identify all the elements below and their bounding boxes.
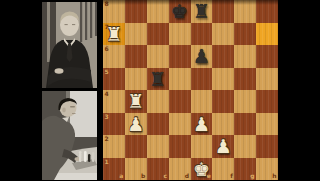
square-g8[interactable]	[234, 0, 256, 23]
square-f7[interactable]	[212, 23, 234, 46]
square-b6[interactable]	[125, 45, 147, 68]
square-a5[interactable]: 5	[103, 68, 125, 91]
file-label-f: f	[230, 173, 233, 179]
square-f3[interactable]	[212, 113, 234, 136]
square-h2[interactable]	[256, 135, 278, 158]
square-b1[interactable]: b	[125, 158, 147, 181]
rank-label-6: 6	[105, 46, 109, 52]
square-h5[interactable]	[256, 68, 278, 91]
chess-board: 8♚♜7♜6♟5♜4♜3♟♟2♟1abcde♚fgh	[103, 0, 278, 180]
rank-label-7: 7	[105, 24, 109, 30]
video-frame: 8♚♜7♜6♟5♜4♜3♟♟2♟1abcde♚fgh	[0, 0, 320, 180]
square-c1[interactable]: c	[147, 158, 169, 181]
file-label-d: d	[185, 173, 189, 179]
file-label-g: g	[250, 173, 254, 179]
piece-black-king-d8[interactable]: ♚	[171, 0, 188, 22]
file-label-h: h	[272, 173, 276, 179]
square-g1[interactable]: g	[234, 158, 256, 181]
rank-label-3: 3	[105, 114, 109, 120]
piece-white-pawn-e3[interactable]: ♟	[193, 113, 210, 135]
square-h3[interactable]	[256, 113, 278, 136]
piece-black-rook-c5[interactable]: ♜	[149, 68, 166, 90]
square-a1[interactable]: 1a	[103, 158, 125, 181]
square-a8[interactable]: 8	[103, 0, 125, 23]
square-a7[interactable]: 7♜	[103, 23, 125, 46]
square-h8[interactable]	[256, 0, 278, 23]
square-b8[interactable]	[125, 0, 147, 23]
square-h1[interactable]: h	[256, 158, 278, 181]
square-d2[interactable]	[169, 135, 191, 158]
square-b5[interactable]	[125, 68, 147, 91]
piece-black-rook-e8[interactable]: ♜	[193, 0, 210, 22]
square-d1[interactable]: d	[169, 158, 191, 181]
rank-label-4: 4	[105, 91, 109, 97]
square-c3[interactable]	[147, 113, 169, 136]
portrait-photo-bottom	[42, 91, 97, 180]
rank-label-2: 2	[105, 136, 109, 142]
square-d6[interactable]	[169, 45, 191, 68]
square-b4[interactable]: ♜	[125, 90, 147, 113]
piece-white-pawn-b3[interactable]: ♟	[127, 113, 144, 135]
square-a2[interactable]: 2	[103, 135, 125, 158]
square-e3[interactable]: ♟	[191, 113, 213, 136]
square-e2[interactable]	[191, 135, 213, 158]
square-b3[interactable]: ♟	[125, 113, 147, 136]
portrait-bottom-illustration	[42, 91, 97, 180]
square-e8[interactable]: ♜	[191, 0, 213, 23]
portrait-top-illustration	[42, 2, 97, 88]
square-g3[interactable]	[234, 113, 256, 136]
square-g5[interactable]	[234, 68, 256, 91]
square-c2[interactable]	[147, 135, 169, 158]
rank-label-8: 8	[105, 1, 109, 7]
file-label-a: a	[119, 173, 123, 179]
piece-white-rook-b4[interactable]: ♜	[127, 90, 144, 112]
file-label-c: c	[164, 173, 168, 179]
square-g6[interactable]	[234, 45, 256, 68]
square-f6[interactable]	[212, 45, 234, 68]
square-g4[interactable]	[234, 90, 256, 113]
square-b2[interactable]	[125, 135, 147, 158]
rank-label-1: 1	[105, 159, 109, 165]
square-d3[interactable]	[169, 113, 191, 136]
square-a4[interactable]: 4	[103, 90, 125, 113]
square-d5[interactable]	[169, 68, 191, 91]
square-c6[interactable]	[147, 45, 169, 68]
square-c7[interactable]	[147, 23, 169, 46]
square-h7[interactable]	[256, 23, 278, 46]
square-e6[interactable]: ♟	[191, 45, 213, 68]
square-b7[interactable]	[125, 23, 147, 46]
file-label-b: b	[141, 173, 145, 179]
portrait-photo-top	[42, 2, 97, 88]
square-d8[interactable]: ♚	[169, 0, 191, 23]
square-e7[interactable]	[191, 23, 213, 46]
square-c8[interactable]	[147, 0, 169, 23]
piece-black-pawn-e6[interactable]: ♟	[193, 45, 210, 67]
rank-label-5: 5	[105, 69, 109, 75]
square-g7[interactable]	[234, 23, 256, 46]
square-f4[interactable]	[212, 90, 234, 113]
square-f1[interactable]: f	[212, 158, 234, 181]
square-c5[interactable]: ♜	[147, 68, 169, 91]
square-h6[interactable]	[256, 45, 278, 68]
piece-white-pawn-f2[interactable]: ♟	[215, 135, 232, 157]
square-d7[interactable]	[169, 23, 191, 46]
square-a6[interactable]: 6	[103, 45, 125, 68]
square-h4[interactable]	[256, 90, 278, 113]
square-a3[interactable]: 3	[103, 113, 125, 136]
square-e1[interactable]: e♚	[191, 158, 213, 181]
square-d4[interactable]	[169, 90, 191, 113]
square-c4[interactable]	[147, 90, 169, 113]
square-g2[interactable]	[234, 135, 256, 158]
square-f5[interactable]	[212, 68, 234, 91]
square-e4[interactable]	[191, 90, 213, 113]
square-e5[interactable]	[191, 68, 213, 91]
square-f8[interactable]	[212, 0, 234, 23]
file-label-e: e	[207, 173, 211, 179]
square-f2[interactable]: ♟	[212, 135, 234, 158]
